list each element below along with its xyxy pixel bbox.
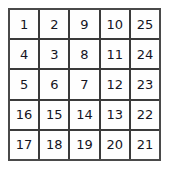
grid-cell-r4c1: 16	[10, 101, 38, 129]
grid-cell-r4c4: 13	[101, 101, 129, 129]
grid-cell-r5c4: 20	[101, 131, 129, 159]
grid-cell-r2c5: 24	[131, 40, 159, 68]
grid-cell-r5c1: 17	[10, 131, 38, 159]
grid-cell-r3c4: 12	[101, 70, 129, 98]
grid-cell-r3c5: 23	[131, 70, 159, 98]
grid-cell-r5c5: 21	[131, 131, 159, 159]
grid-cell-r1c5: 25	[131, 10, 159, 38]
grid-cell-r2c4: 11	[101, 40, 129, 68]
grid-cell-r1c4: 10	[101, 10, 129, 38]
grid-cell-r1c2: 2	[40, 10, 68, 38]
grid-cell-r3c2: 6	[40, 70, 68, 98]
grid-cell-r5c2: 18	[40, 131, 68, 159]
grid-cell-r4c5: 22	[131, 101, 159, 129]
grid-cell-r3c1: 5	[10, 70, 38, 98]
grid-cell-r2c3: 8	[70, 40, 98, 68]
grid-cell-r3c3: 7	[70, 70, 98, 98]
grid-cell-r4c2: 15	[40, 101, 68, 129]
grid-cell-r1c1: 1	[10, 10, 38, 38]
grid-cell-r2c1: 4	[10, 40, 38, 68]
grid-cell-r1c3: 9	[70, 10, 98, 38]
grid-cell-r2c2: 3	[40, 40, 68, 68]
grid-cell-r4c3: 14	[70, 101, 98, 129]
puzzle-grid: 1291025438112456712231615141322171819202…	[8, 8, 161, 161]
grid-cell-r5c3: 19	[70, 131, 98, 159]
